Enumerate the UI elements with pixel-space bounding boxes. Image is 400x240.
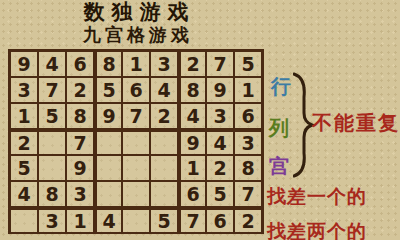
sudoku-cell[interactable]: 3 (11, 78, 37, 102)
rule-no-repeat-text: 不能重复 (312, 112, 400, 134)
sudoku-cell[interactable]: 7 (123, 104, 149, 128)
hint-find-one-missing: 找差一个的 (267, 186, 367, 207)
sudoku-cell[interactable]: 2 (235, 208, 261, 232)
hint-find-two-missing: 找差两个的 (267, 221, 367, 240)
sudoku-cell[interactable]: 4 (207, 130, 233, 154)
sudoku-cell[interactable] (123, 130, 149, 154)
sudoku-cell[interactable]: 8 (179, 78, 205, 102)
sudoku-cell[interactable]: 7 (39, 78, 65, 102)
sudoku-cell[interactable]: 2 (11, 130, 37, 154)
sudoku-cell[interactable]: 4 (95, 208, 121, 232)
sudoku-cell[interactable] (39, 130, 65, 154)
sudoku-cell[interactable]: 7 (207, 52, 233, 76)
sudoku-cell[interactable]: 9 (207, 78, 233, 102)
sudoku-cell[interactable] (151, 156, 177, 180)
sudoku-cell[interactable]: 3 (151, 52, 177, 76)
sudoku-cell[interactable]: 9 (95, 104, 121, 128)
sudoku-cell[interactable]: 7 (235, 182, 261, 206)
sudoku-cell[interactable]: 2 (67, 78, 93, 102)
sudoku-cell[interactable]: 1 (235, 78, 261, 102)
game-subtitle: 九宫格游戏 (8, 25, 264, 45)
sudoku-cell[interactable] (123, 156, 149, 180)
sudoku-cell[interactable] (151, 182, 177, 206)
sudoku-cell[interactable]: 3 (235, 130, 261, 154)
page-background: 数独游戏 九宫格游戏 94681327537256489115897243627… (0, 0, 400, 240)
sudoku-cell[interactable]: 9 (67, 156, 93, 180)
row-label: 行 (271, 75, 291, 97)
sudoku-cell[interactable]: 8 (67, 104, 93, 128)
sudoku-cell[interactable]: 6 (207, 208, 233, 232)
sudoku-cell[interactable]: 6 (235, 104, 261, 128)
sudoku-cell[interactable]: 1 (67, 208, 93, 232)
sudoku-cell[interactable]: 3 (207, 104, 233, 128)
sudoku-cell[interactable] (123, 182, 149, 206)
sudoku-cell[interactable]: 5 (151, 208, 177, 232)
sudoku-cell[interactable]: 1 (179, 156, 205, 180)
sudoku-cell[interactable]: 4 (179, 104, 205, 128)
sudoku-cell[interactable]: 7 (179, 208, 205, 232)
sudoku-cell[interactable]: 2 (207, 156, 233, 180)
sudoku-cell[interactable]: 1 (11, 104, 37, 128)
column-label: 列 (269, 117, 289, 139)
sudoku-cell[interactable]: 7 (67, 130, 93, 154)
sudoku-cell[interactable]: 9 (11, 52, 37, 76)
sudoku-cell[interactable] (123, 208, 149, 232)
sudoku-cell[interactable] (39, 156, 65, 180)
sudoku-cell[interactable]: 8 (95, 52, 121, 76)
sudoku-cell[interactable]: 8 (39, 182, 65, 206)
sudoku-cell[interactable]: 5 (95, 78, 121, 102)
sudoku-cell[interactable]: 1 (123, 52, 149, 76)
sudoku-cell[interactable] (95, 130, 121, 154)
sudoku-cell[interactable]: 8 (235, 156, 261, 180)
sudoku-cell[interactable]: 6 (123, 78, 149, 102)
sudoku-cell[interactable]: 5 (11, 156, 37, 180)
game-title: 数独游戏 (8, 1, 264, 23)
sudoku-cell[interactable] (95, 182, 121, 206)
sudoku-cell[interactable] (11, 208, 37, 232)
sudoku-cell[interactable]: 9 (179, 130, 205, 154)
box-label: 宫 (269, 155, 289, 177)
sudoku-cell[interactable]: 4 (39, 52, 65, 76)
sudoku-cell[interactable] (95, 156, 121, 180)
sudoku-cell[interactable]: 5 (39, 104, 65, 128)
sudoku-cell[interactable]: 4 (11, 182, 37, 206)
sudoku-cell[interactable]: 2 (179, 52, 205, 76)
sudoku-cell[interactable]: 5 (235, 52, 261, 76)
sudoku-board: 9468132753725648911589724362794359128483… (8, 49, 264, 234)
sudoku-cell[interactable]: 5 (207, 182, 233, 206)
sudoku-cell[interactable]: 3 (39, 208, 65, 232)
sudoku-cell[interactable]: 4 (151, 78, 177, 102)
sudoku-cell[interactable]: 2 (151, 104, 177, 128)
sudoku-cell[interactable] (151, 130, 177, 154)
sudoku-cell[interactable]: 3 (67, 182, 93, 206)
sudoku-cell[interactable]: 6 (67, 52, 93, 76)
sudoku-cell[interactable]: 6 (179, 182, 205, 206)
